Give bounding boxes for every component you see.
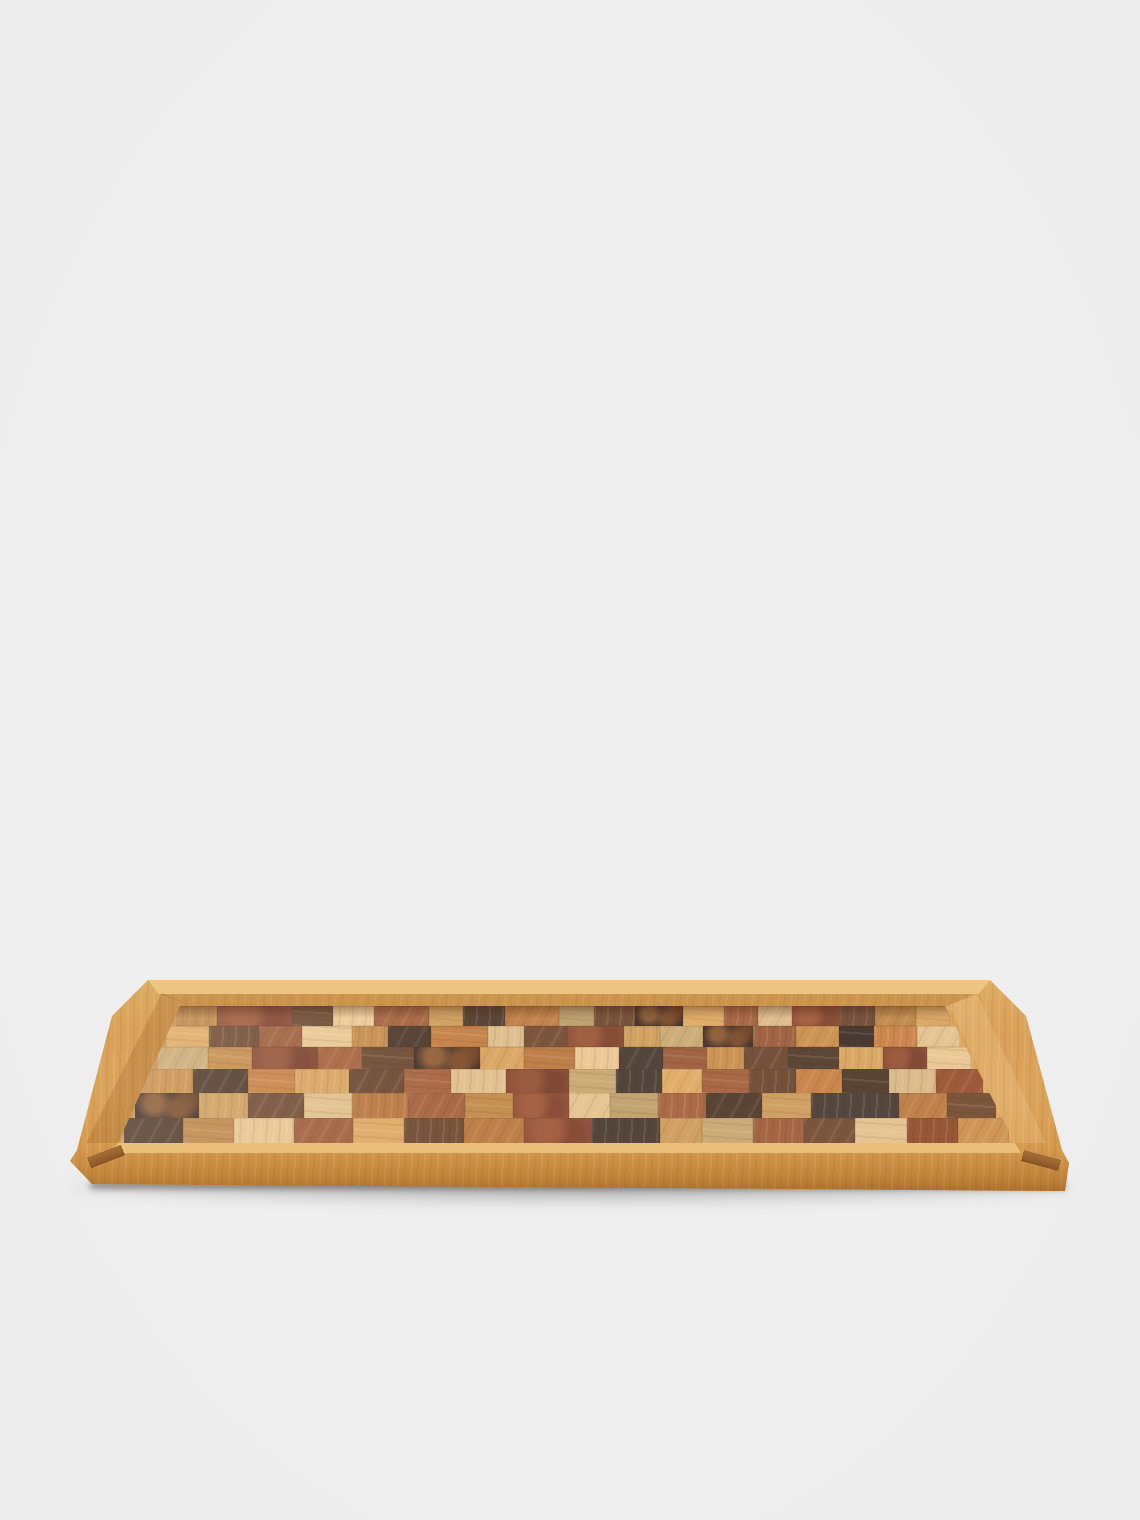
studio-background bbox=[0, 0, 1140, 1520]
wooden-tray bbox=[50, 965, 1090, 1215]
tray-bottom-bevel-shading bbox=[50, 965, 1090, 1215]
